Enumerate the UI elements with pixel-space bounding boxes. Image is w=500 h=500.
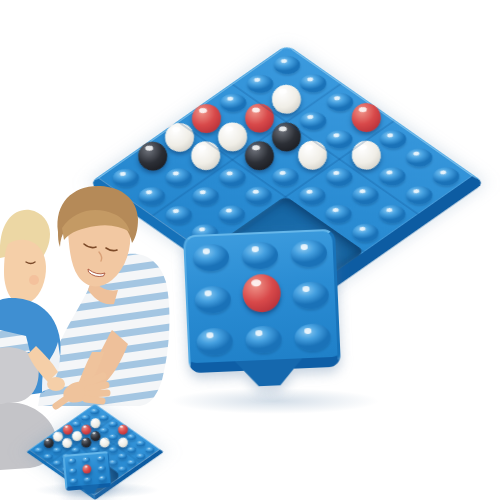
bump-dimple bbox=[294, 323, 331, 352]
product-photo-stage bbox=[0, 0, 500, 500]
bump-dimple bbox=[290, 239, 327, 268]
bump-dimple bbox=[98, 475, 106, 482]
detached-tile bbox=[183, 229, 341, 373]
board-cell bbox=[95, 473, 110, 484]
board-cell bbox=[287, 315, 338, 359]
bump-dimple bbox=[70, 478, 78, 485]
board-cell bbox=[66, 476, 81, 487]
marble-red bbox=[241, 273, 281, 313]
bump-dimple bbox=[194, 285, 231, 314]
bump-dimple bbox=[241, 241, 278, 270]
board-cell bbox=[236, 275, 287, 319]
bump-dimple bbox=[196, 327, 233, 356]
board-cell bbox=[185, 235, 236, 279]
board-cell bbox=[234, 233, 285, 277]
inset-detached-tile bbox=[63, 451, 112, 491]
bump-dimple bbox=[84, 477, 92, 484]
tile-foot bbox=[235, 358, 304, 387]
board-shadow bbox=[170, 388, 380, 414]
bump-dimple bbox=[97, 455, 105, 462]
bump-dimple bbox=[192, 243, 229, 272]
board-cell bbox=[189, 319, 240, 363]
bump-dimple bbox=[97, 465, 105, 472]
board-cell bbox=[283, 231, 334, 275]
bump-dimple bbox=[68, 458, 76, 465]
bump-dimple bbox=[292, 281, 329, 310]
bump-dimple bbox=[69, 468, 77, 475]
board-cell bbox=[238, 317, 289, 361]
board-cell bbox=[285, 273, 336, 317]
bump-dimple bbox=[82, 457, 90, 464]
bump-dimple bbox=[245, 325, 282, 354]
board-cell bbox=[187, 277, 238, 321]
board-cell bbox=[81, 474, 96, 485]
marble-red bbox=[82, 464, 92, 474]
